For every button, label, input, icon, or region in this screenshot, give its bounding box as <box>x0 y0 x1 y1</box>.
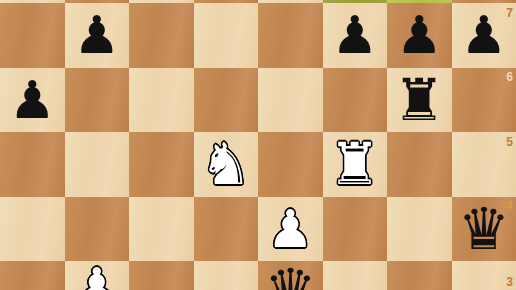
square-f7[interactable]: ♟ <box>323 3 388 68</box>
square-b5[interactable] <box>65 132 130 197</box>
square-a3[interactable] <box>0 261 65 290</box>
square-c4[interactable] <box>129 197 194 262</box>
square-h3[interactable]: 3 <box>452 261 516 290</box>
square-g6[interactable]: ♜ <box>387 68 452 133</box>
square-d4[interactable] <box>194 197 259 262</box>
square-e4[interactable]: ♟ <box>258 197 323 262</box>
square-e5[interactable] <box>258 132 323 197</box>
square-b4[interactable] <box>65 197 130 262</box>
square-c5[interactable] <box>129 132 194 197</box>
black-pawn-h7[interactable]: ♟ <box>460 9 507 61</box>
square-e3[interactable]: ♛ <box>258 261 323 290</box>
rank-label-7: 7 <box>506 7 513 19</box>
square-d6[interactable] <box>194 68 259 133</box>
square-h7[interactable]: ♟7 <box>452 3 516 68</box>
black-queen-h4[interactable]: ♛ <box>458 200 510 258</box>
square-b3[interactable]: ♟ <box>65 261 130 290</box>
square-g5[interactable] <box>387 132 452 197</box>
white-pawn-b3[interactable]: ♟ <box>73 261 120 290</box>
square-a7[interactable] <box>0 3 65 68</box>
square-d3[interactable] <box>194 261 259 290</box>
square-g3[interactable] <box>387 261 452 290</box>
square-d7[interactable] <box>194 3 259 68</box>
square-a5[interactable] <box>0 132 65 197</box>
square-h4[interactable]: ♛4 <box>452 197 516 262</box>
square-h5[interactable]: 5 <box>452 132 516 197</box>
square-e6[interactable] <box>258 68 323 133</box>
square-d5[interactable]: ♞ <box>194 132 259 197</box>
chess-board: ♟♟♟♟7♟♜6♞♜5♟♛4♟♛3 <box>0 0 516 290</box>
square-f4[interactable] <box>323 197 388 262</box>
chess-board-view: ♟♟♟♟7♟♜6♞♜5♟♛4♟♛3 <box>0 0 516 290</box>
square-b6[interactable] <box>65 68 130 133</box>
square-a6[interactable]: ♟ <box>0 68 65 133</box>
square-f5[interactable]: ♜ <box>323 132 388 197</box>
black-pawn-f7[interactable]: ♟ <box>331 9 378 61</box>
white-pawn-e4[interactable]: ♟ <box>267 203 314 255</box>
square-g7[interactable]: ♟ <box>387 3 452 68</box>
rank-label-4: 4 <box>506 200 513 212</box>
square-c3[interactable] <box>129 261 194 290</box>
rank-label-6: 6 <box>506 71 513 83</box>
rank-label-5: 5 <box>506 136 513 148</box>
square-c7[interactable] <box>129 3 194 68</box>
square-f6[interactable] <box>323 68 388 133</box>
square-g4[interactable] <box>387 197 452 262</box>
square-c6[interactable] <box>129 68 194 133</box>
black-rook-g6[interactable]: ♜ <box>393 71 445 129</box>
white-knight-d5[interactable]: ♞ <box>200 135 252 193</box>
black-pawn-b7[interactable]: ♟ <box>73 9 120 61</box>
square-a4[interactable] <box>0 197 65 262</box>
black-pawn-g7[interactable]: ♟ <box>396 9 443 61</box>
rank-label-3: 3 <box>506 276 513 288</box>
black-queen-e3[interactable]: ♛ <box>264 261 316 290</box>
square-h6[interactable]: 6 <box>452 68 516 133</box>
black-pawn-a6[interactable]: ♟ <box>9 74 56 126</box>
square-f3[interactable] <box>323 261 388 290</box>
square-e7[interactable] <box>258 3 323 68</box>
white-rook-f5[interactable]: ♜ <box>329 135 381 193</box>
square-b7[interactable]: ♟ <box>65 3 130 68</box>
